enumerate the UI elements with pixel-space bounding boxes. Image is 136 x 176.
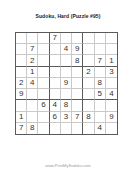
sudoku-cell-r2c1 <box>16 44 27 55</box>
sudoku-cell-r2c4 <box>50 44 61 55</box>
sudoku-cell-r1c1 <box>16 33 27 44</box>
sudoku-cell-r6c1: 9 <box>16 89 27 100</box>
sudoku-grid: 774928711232498954648163789784 <box>15 32 118 135</box>
sudoku-cell-r3c5 <box>61 55 72 66</box>
sudoku-cell-r5c3 <box>38 78 49 89</box>
sudoku-cell-r3c1 <box>16 55 27 66</box>
sudoku-cell-r8c1: 1 <box>16 112 27 123</box>
sudoku-cell-r1c5 <box>61 33 72 44</box>
sudoku-cell-r4c7: 2 <box>83 67 94 78</box>
sudoku-cell-r3c8: 7 <box>95 55 106 66</box>
sudoku-cell-r9c2: 8 <box>27 123 38 134</box>
page-title: Sudoku, Hard (Puzzle #95) <box>0 13 136 19</box>
sudoku-cell-r6c7 <box>83 89 94 100</box>
sudoku-cell-r4c5 <box>61 67 72 78</box>
footer-url: www.PrintMySudoku.com <box>0 163 136 168</box>
sudoku-cell-r2c7 <box>83 44 94 55</box>
sudoku-cell-r4c1 <box>16 67 27 78</box>
sudoku-cell-r4c4 <box>50 67 61 78</box>
sudoku-cell-r5c1: 2 <box>16 78 27 89</box>
sudoku-cell-r8c8 <box>95 112 106 123</box>
sudoku-cell-r2c3 <box>38 44 49 55</box>
sudoku-cell-r9c3 <box>38 123 49 134</box>
sudoku-cell-r2c9 <box>106 44 117 55</box>
sudoku-cell-r1c7 <box>83 33 94 44</box>
sudoku-cell-r4c9: 3 <box>106 67 117 78</box>
sudoku-cell-r8c2 <box>27 112 38 123</box>
sudoku-cell-r1c6 <box>72 33 83 44</box>
sudoku-cell-r7c6 <box>72 100 83 111</box>
sudoku-cell-r6c6 <box>72 89 83 100</box>
sudoku-cell-r2c6: 9 <box>72 44 83 55</box>
sudoku-cell-r6c9: 4 <box>106 89 117 100</box>
sudoku-cell-r5c9 <box>106 78 117 89</box>
sudoku-cell-r6c3 <box>38 89 49 100</box>
sudoku-cell-r8c9: 9 <box>106 112 117 123</box>
sudoku-cell-r5c8: 8 <box>95 78 106 89</box>
sudoku-cell-r9c8: 4 <box>95 123 106 134</box>
sudoku-cell-r8c7: 8 <box>83 112 94 123</box>
sudoku-cell-r2c8 <box>95 44 106 55</box>
sudoku-cell-r5c5: 9 <box>61 78 72 89</box>
sudoku-cell-r6c8: 5 <box>95 89 106 100</box>
sudoku-cell-r8c4: 6 <box>50 112 61 123</box>
sudoku-cell-r7c4: 4 <box>50 100 61 111</box>
sudoku-cell-r4c6 <box>72 67 83 78</box>
sudoku-cell-r2c5: 4 <box>61 44 72 55</box>
sudoku-cell-r3c6: 8 <box>72 55 83 66</box>
sudoku-cell-r7c8 <box>95 100 106 111</box>
sudoku-cell-r1c9 <box>106 33 117 44</box>
sudoku-cell-r1c3 <box>38 33 49 44</box>
sudoku-cell-r3c3 <box>38 55 49 66</box>
sudoku-sheet: Sudoku, Hard (Puzzle #95) 77492871123249… <box>0 0 136 176</box>
sudoku-cell-r7c9 <box>106 100 117 111</box>
sudoku-cell-r5c7 <box>83 78 94 89</box>
sudoku-cell-r7c7 <box>83 100 94 111</box>
sudoku-cell-r5c2: 4 <box>27 78 38 89</box>
sudoku-cell-r4c3 <box>38 67 49 78</box>
sudoku-cell-r9c4 <box>50 123 61 134</box>
sudoku-cell-r4c8 <box>95 67 106 78</box>
sudoku-cell-r9c5 <box>61 123 72 134</box>
sudoku-cell-r2c2: 7 <box>27 44 38 55</box>
sudoku-cell-r7c2 <box>27 100 38 111</box>
sudoku-cell-r8c3 <box>38 112 49 123</box>
sudoku-cell-r4c2: 1 <box>27 67 38 78</box>
sudoku-cell-r8c6: 7 <box>72 112 83 123</box>
sudoku-cell-r9c6 <box>72 123 83 134</box>
sudoku-cell-r7c3: 6 <box>38 100 49 111</box>
sudoku-cell-r5c4 <box>50 78 61 89</box>
sudoku-cell-r6c5 <box>61 89 72 100</box>
sudoku-cell-r6c4 <box>50 89 61 100</box>
sudoku-cell-r9c9 <box>106 123 117 134</box>
sudoku-cell-r5c6 <box>72 78 83 89</box>
sudoku-cell-r7c5: 8 <box>61 100 72 111</box>
sudoku-cell-r3c4 <box>50 55 61 66</box>
sudoku-cell-r8c5: 3 <box>61 112 72 123</box>
sudoku-cell-r3c9: 1 <box>106 55 117 66</box>
sudoku-cell-r9c1: 7 <box>16 123 27 134</box>
sudoku-cell-r1c8 <box>95 33 106 44</box>
sudoku-cell-r1c2 <box>27 33 38 44</box>
sudoku-cell-r1c4: 7 <box>50 33 61 44</box>
sudoku-cell-r6c2 <box>27 89 38 100</box>
sudoku-cell-r7c1 <box>16 100 27 111</box>
sudoku-cell-r3c2: 2 <box>27 55 38 66</box>
sudoku-cell-r3c7 <box>83 55 94 66</box>
sudoku-cell-r9c7 <box>83 123 94 134</box>
